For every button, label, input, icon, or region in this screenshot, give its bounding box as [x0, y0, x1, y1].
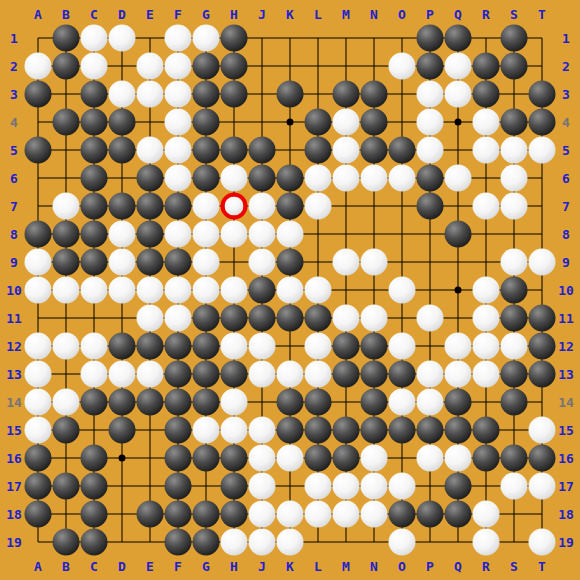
white-stone-A2: [25, 53, 52, 80]
black-stone-L14: [305, 389, 332, 416]
black-stone-T4: [529, 109, 556, 136]
white-stone-N17: [361, 473, 388, 500]
col-label-top-P: P: [426, 7, 434, 22]
white-stone-E2: [137, 53, 164, 80]
black-stone-L4: [305, 109, 332, 136]
white-stone-J19: [249, 529, 276, 556]
white-stone-C12: [81, 333, 108, 360]
black-stone-D5: [109, 137, 136, 164]
black-stone-P2: [417, 53, 444, 80]
black-stone-J5: [249, 137, 276, 164]
black-stone-D14: [109, 389, 136, 416]
black-stone-E7: [137, 193, 164, 220]
white-stone-R19: [473, 529, 500, 556]
black-stone-J6: [249, 165, 276, 192]
black-stone-L15: [305, 417, 332, 444]
col-label-top-H: H: [230, 7, 238, 22]
row-label-left-18: 18: [6, 507, 22, 522]
white-stone-S5: [501, 137, 528, 164]
row-label-left-6: 6: [10, 171, 18, 186]
white-stone-S9: [501, 249, 528, 276]
white-stone-P4: [417, 109, 444, 136]
col-label-bottom-O: O: [398, 559, 406, 574]
col-label-bottom-M: M: [342, 559, 350, 574]
black-stone-N3: [361, 81, 388, 108]
white-stone-K19: [277, 529, 304, 556]
black-stone-N14: [361, 389, 388, 416]
white-stone-F10: [165, 277, 192, 304]
black-stone-F13: [165, 361, 192, 388]
black-stone-D12: [109, 333, 136, 360]
white-stone-P14: [417, 389, 444, 416]
black-stone-H5: [221, 137, 248, 164]
black-stone-G6: [193, 165, 220, 192]
white-stone-C2: [81, 53, 108, 80]
black-stone-H16: [221, 445, 248, 472]
black-stone-O13: [389, 361, 416, 388]
last-move-marked-white-stone-H7: [221, 193, 248, 220]
black-stone-A3: [25, 81, 52, 108]
black-stone-B19: [53, 529, 80, 556]
black-stone-G16: [193, 445, 220, 472]
col-label-top-F: F: [174, 7, 182, 22]
white-stone-D8: [109, 221, 136, 248]
white-stone-P3: [417, 81, 444, 108]
white-stone-T17: [529, 473, 556, 500]
black-stone-K7: [277, 193, 304, 220]
go-board[interactable]: AABBCCDDEEFFGGHHJJKKLLMMNNOOPPQQRRSSTT11…: [0, 0, 580, 580]
black-stone-K6: [277, 165, 304, 192]
white-stone-J9: [249, 249, 276, 276]
black-stone-E12: [137, 333, 164, 360]
white-stone-N9: [361, 249, 388, 276]
white-stone-D1: [109, 25, 136, 52]
white-stone-K8: [277, 221, 304, 248]
col-label-top-M: M: [342, 7, 350, 22]
white-stone-G10: [193, 277, 220, 304]
white-stone-P11: [417, 305, 444, 332]
white-stone-A9: [25, 249, 52, 276]
row-label-right-17: 17: [558, 479, 574, 494]
white-stone-O17: [389, 473, 416, 500]
row-label-left-14: 14: [6, 395, 22, 410]
black-stone-P7: [417, 193, 444, 220]
col-label-top-R: R: [482, 7, 490, 22]
black-stone-P18: [417, 501, 444, 528]
white-stone-R5: [473, 137, 500, 164]
black-stone-K3: [277, 81, 304, 108]
white-stone-N11: [361, 305, 388, 332]
col-label-bottom-J: J: [258, 559, 266, 574]
white-stone-H10: [221, 277, 248, 304]
row-label-left-7: 7: [10, 199, 18, 214]
black-stone-G19: [193, 529, 220, 556]
black-stone-H17: [221, 473, 248, 500]
black-stone-O15: [389, 417, 416, 444]
col-label-top-N: N: [370, 7, 378, 22]
white-stone-D9: [109, 249, 136, 276]
black-stone-H3: [221, 81, 248, 108]
black-stone-G3: [193, 81, 220, 108]
black-stone-G18: [193, 501, 220, 528]
row-label-right-15: 15: [558, 423, 574, 438]
black-stone-G11: [193, 305, 220, 332]
black-stone-T12: [529, 333, 556, 360]
row-label-left-2: 2: [10, 59, 18, 74]
white-stone-J16: [249, 445, 276, 472]
white-stone-S6: [501, 165, 528, 192]
col-label-top-K: K: [286, 7, 294, 22]
black-stone-R15: [473, 417, 500, 444]
white-stone-F2: [165, 53, 192, 80]
black-stone-T16: [529, 445, 556, 472]
black-stone-T3: [529, 81, 556, 108]
white-stone-G8: [193, 221, 220, 248]
white-stone-F11: [165, 305, 192, 332]
col-label-bottom-P: P: [426, 559, 434, 574]
white-stone-F4: [165, 109, 192, 136]
row-label-left-17: 17: [6, 479, 22, 494]
white-stone-M6: [333, 165, 360, 192]
white-stone-K18: [277, 501, 304, 528]
col-label-bottom-N: N: [370, 559, 378, 574]
row-label-right-1: 1: [562, 31, 570, 46]
white-stone-J13: [249, 361, 276, 388]
white-stone-H6: [221, 165, 248, 192]
white-stone-L18: [305, 501, 332, 528]
black-stone-T11: [529, 305, 556, 332]
white-stone-R13: [473, 361, 500, 388]
white-stone-B12: [53, 333, 80, 360]
col-label-bottom-B: B: [62, 559, 70, 574]
row-label-right-18: 18: [558, 507, 574, 522]
white-stone-F5: [165, 137, 192, 164]
row-label-left-3: 3: [10, 87, 18, 102]
white-stone-R10: [473, 277, 500, 304]
black-stone-H2: [221, 53, 248, 80]
white-stone-C10: [81, 277, 108, 304]
white-stone-Q13: [445, 361, 472, 388]
black-stone-C3: [81, 81, 108, 108]
col-label-bottom-H: H: [230, 559, 238, 574]
col-label-top-J: J: [258, 7, 266, 22]
white-stone-B7: [53, 193, 80, 220]
black-stone-C18: [81, 501, 108, 528]
black-stone-Q18: [445, 501, 472, 528]
white-stone-P16: [417, 445, 444, 472]
white-stone-M11: [333, 305, 360, 332]
black-stone-M16: [333, 445, 360, 472]
col-label-bottom-C: C: [90, 559, 98, 574]
row-label-right-19: 19: [558, 535, 574, 550]
col-label-top-C: C: [90, 7, 98, 22]
white-stone-R4: [473, 109, 500, 136]
white-stone-E10: [137, 277, 164, 304]
row-label-left-5: 5: [10, 143, 18, 158]
black-stone-C16: [81, 445, 108, 472]
col-label-top-B: B: [62, 7, 70, 22]
black-stone-A16: [25, 445, 52, 472]
black-stone-B15: [53, 417, 80, 444]
black-stone-S16: [501, 445, 528, 472]
white-stone-F6: [165, 165, 192, 192]
black-stone-H1: [221, 25, 248, 52]
black-stone-B17: [53, 473, 80, 500]
white-stone-J17: [249, 473, 276, 500]
black-stone-J10: [249, 277, 276, 304]
white-stone-G1: [193, 25, 220, 52]
row-label-right-13: 13: [558, 367, 574, 382]
white-stone-M4: [333, 109, 360, 136]
white-stone-L6: [305, 165, 332, 192]
row-label-left-1: 1: [10, 31, 18, 46]
white-stone-Q16: [445, 445, 472, 472]
white-stone-H19: [221, 529, 248, 556]
black-stone-N12: [361, 333, 388, 360]
black-stone-M15: [333, 417, 360, 444]
black-stone-S2: [501, 53, 528, 80]
row-label-right-16: 16: [558, 451, 574, 466]
white-stone-E11: [137, 305, 164, 332]
black-stone-L16: [305, 445, 332, 472]
black-stone-S1: [501, 25, 528, 52]
black-stone-F18: [165, 501, 192, 528]
black-stone-P1: [417, 25, 444, 52]
white-stone-R7: [473, 193, 500, 220]
black-stone-F19: [165, 529, 192, 556]
black-stone-O5: [389, 137, 416, 164]
black-stone-S14: [501, 389, 528, 416]
white-stone-J18: [249, 501, 276, 528]
row-label-right-6: 6: [562, 171, 570, 186]
black-stone-K9: [277, 249, 304, 276]
black-stone-Q17: [445, 473, 472, 500]
white-stone-Q6: [445, 165, 472, 192]
black-stone-L5: [305, 137, 332, 164]
black-stone-F9: [165, 249, 192, 276]
white-stone-L7: [305, 193, 332, 220]
white-stone-O10: [389, 277, 416, 304]
white-stone-H15: [221, 417, 248, 444]
black-stone-G4: [193, 109, 220, 136]
white-stone-Q3: [445, 81, 472, 108]
black-stone-A18: [25, 501, 52, 528]
black-stone-D4: [109, 109, 136, 136]
black-stone-C6: [81, 165, 108, 192]
black-stone-C4: [81, 109, 108, 136]
black-stone-Q8: [445, 221, 472, 248]
col-label-bottom-T: T: [538, 559, 546, 574]
white-stone-A13: [25, 361, 52, 388]
black-stone-C5: [81, 137, 108, 164]
row-label-right-14: 14: [558, 395, 574, 410]
black-stone-F7: [165, 193, 192, 220]
white-stone-A10: [25, 277, 52, 304]
black-stone-B1: [53, 25, 80, 52]
white-stone-H8: [221, 221, 248, 248]
black-stone-M13: [333, 361, 360, 388]
col-label-top-E: E: [146, 7, 154, 22]
black-stone-N15: [361, 417, 388, 444]
row-label-right-2: 2: [562, 59, 570, 74]
white-stone-C1: [81, 25, 108, 52]
white-stone-T19: [529, 529, 556, 556]
white-stone-T9: [529, 249, 556, 276]
black-stone-C17: [81, 473, 108, 500]
black-stone-B2: [53, 53, 80, 80]
white-stone-M9: [333, 249, 360, 276]
white-stone-K10: [277, 277, 304, 304]
white-stone-S12: [501, 333, 528, 360]
black-stone-G5: [193, 137, 220, 164]
black-stone-H18: [221, 501, 248, 528]
white-stone-N16: [361, 445, 388, 472]
row-label-right-11: 11: [558, 311, 574, 326]
col-label-bottom-E: E: [146, 559, 154, 574]
row-label-left-16: 16: [6, 451, 22, 466]
black-stone-S4: [501, 109, 528, 136]
black-stone-A17: [25, 473, 52, 500]
black-stone-S13: [501, 361, 528, 388]
white-stone-A14: [25, 389, 52, 416]
black-stone-A5: [25, 137, 52, 164]
white-stone-D13: [109, 361, 136, 388]
col-label-bottom-F: F: [174, 559, 182, 574]
col-label-top-G: G: [202, 7, 210, 22]
white-stone-S17: [501, 473, 528, 500]
black-stone-F17: [165, 473, 192, 500]
white-stone-E13: [137, 361, 164, 388]
black-stone-P15: [417, 417, 444, 444]
black-stone-H11: [221, 305, 248, 332]
black-stone-K15: [277, 417, 304, 444]
row-label-left-8: 8: [10, 227, 18, 242]
col-label-top-S: S: [510, 7, 518, 22]
white-stone-N6: [361, 165, 388, 192]
black-stone-A8: [25, 221, 52, 248]
col-label-top-Q: Q: [454, 7, 462, 22]
black-stone-F16: [165, 445, 192, 472]
black-stone-R16: [473, 445, 500, 472]
white-stone-D3: [109, 81, 136, 108]
white-stone-N18: [361, 501, 388, 528]
white-stone-O14: [389, 389, 416, 416]
white-stone-F8: [165, 221, 192, 248]
white-stone-H14: [221, 389, 248, 416]
black-stone-Q1: [445, 25, 472, 52]
black-stone-R2: [473, 53, 500, 80]
row-label-right-3: 3: [562, 87, 570, 102]
row-label-right-4: 4: [562, 115, 570, 130]
black-stone-G14: [193, 389, 220, 416]
col-label-top-T: T: [538, 7, 546, 22]
white-stone-F3: [165, 81, 192, 108]
white-stone-O12: [389, 333, 416, 360]
black-stone-O18: [389, 501, 416, 528]
black-stone-G13: [193, 361, 220, 388]
row-label-left-19: 19: [6, 535, 22, 550]
white-stone-L12: [305, 333, 332, 360]
white-stone-Q2: [445, 53, 472, 80]
black-stone-M3: [333, 81, 360, 108]
black-stone-K14: [277, 389, 304, 416]
white-stone-K16: [277, 445, 304, 472]
row-label-left-12: 12: [6, 339, 22, 354]
white-stone-A15: [25, 417, 52, 444]
col-label-bottom-G: G: [202, 559, 210, 574]
white-stone-E3: [137, 81, 164, 108]
row-label-left-11: 11: [6, 311, 22, 326]
black-stone-C7: [81, 193, 108, 220]
black-stone-S10: [501, 277, 528, 304]
black-stone-F12: [165, 333, 192, 360]
black-stone-E18: [137, 501, 164, 528]
col-label-bottom-D: D: [118, 559, 126, 574]
black-stone-D15: [109, 417, 136, 444]
white-stone-T15: [529, 417, 556, 444]
col-label-top-A: A: [34, 7, 42, 22]
white-stone-L17: [305, 473, 332, 500]
black-stone-C14: [81, 389, 108, 416]
black-stone-G2: [193, 53, 220, 80]
row-label-left-9: 9: [10, 255, 18, 270]
white-stone-J8: [249, 221, 276, 248]
black-stone-M12: [333, 333, 360, 360]
black-stone-B9: [53, 249, 80, 276]
white-stone-C13: [81, 361, 108, 388]
row-label-right-7: 7: [562, 199, 570, 214]
white-stone-S7: [501, 193, 528, 220]
row-label-left-4: 4: [10, 115, 18, 130]
black-stone-C9: [81, 249, 108, 276]
black-stone-E8: [137, 221, 164, 248]
col-label-top-D: D: [118, 7, 126, 22]
black-stone-B4: [53, 109, 80, 136]
white-stone-E5: [137, 137, 164, 164]
black-stone-P6: [417, 165, 444, 192]
row-label-right-10: 10: [558, 283, 574, 298]
black-stone-E6: [137, 165, 164, 192]
black-stone-N4: [361, 109, 388, 136]
white-stone-J12: [249, 333, 276, 360]
black-stone-D7: [109, 193, 136, 220]
white-stone-B14: [53, 389, 80, 416]
black-stone-R3: [473, 81, 500, 108]
black-stone-N13: [361, 361, 388, 388]
white-stone-B10: [53, 277, 80, 304]
white-stone-L13: [305, 361, 332, 388]
white-stone-O6: [389, 165, 416, 192]
row-label-right-9: 9: [562, 255, 570, 270]
white-stone-M17: [333, 473, 360, 500]
white-stone-H12: [221, 333, 248, 360]
black-stone-B8: [53, 221, 80, 248]
black-stone-N5: [361, 137, 388, 164]
black-stone-F14: [165, 389, 192, 416]
black-stone-S11: [501, 305, 528, 332]
black-stone-C19: [81, 529, 108, 556]
white-stone-L10: [305, 277, 332, 304]
white-stone-R11: [473, 305, 500, 332]
black-stone-E9: [137, 249, 164, 276]
row-label-left-15: 15: [6, 423, 22, 438]
col-label-bottom-L: L: [314, 559, 322, 574]
black-stone-G12: [193, 333, 220, 360]
white-stone-J15: [249, 417, 276, 444]
col-label-bottom-K: K: [286, 559, 294, 574]
row-label-left-10: 10: [6, 283, 22, 298]
black-stone-K11: [277, 305, 304, 332]
